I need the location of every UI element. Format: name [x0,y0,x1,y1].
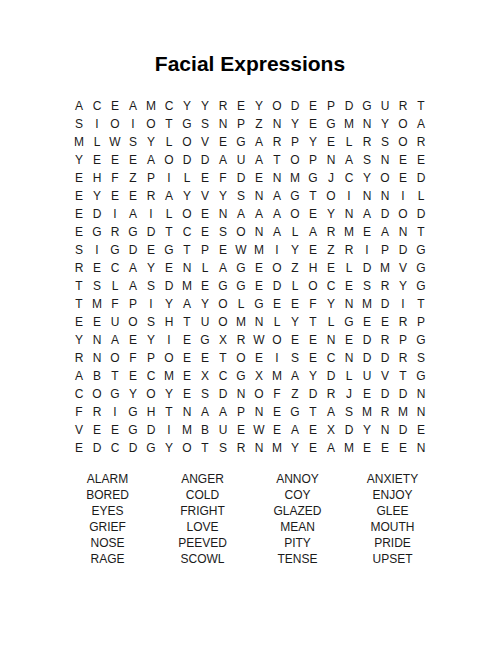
grid-cell-r17c12[interactable]: F [268,385,286,403]
grid-cell-r7c2[interactable]: D [88,205,106,223]
grid-cell-r5c8[interactable]: E [196,169,214,187]
grid-cell-r9c15[interactable]: Z [322,241,340,259]
grid-cell-r9c14[interactable]: E [304,241,322,259]
grid-cell-r13c10[interactable]: M [232,313,250,331]
grid-cell-r14c7[interactable]: E [178,331,196,349]
grid-cell-r15c13[interactable]: S [286,349,304,367]
grid-cell-r16c1[interactable]: A [70,367,88,385]
grid-cell-r14c9[interactable]: X [214,331,232,349]
grid-cell-r20c1[interactable]: E [70,439,88,457]
grid-cell-r20c8[interactable]: T [196,439,214,457]
grid-cell-r12c19[interactable]: I [394,295,412,313]
grid-cell-r1c17[interactable]: G [358,97,376,115]
grid-cell-r7c16[interactable]: N [340,205,358,223]
grid-cell-r11c15[interactable]: C [322,277,340,295]
grid-cell-r8c10[interactable]: O [232,223,250,241]
grid-cell-r7c11[interactable]: A [250,205,268,223]
grid-cell-r16c6[interactable]: M [160,367,178,385]
grid-cell-r19c5[interactable]: D [142,421,160,439]
grid-cell-r17c7[interactable]: E [178,385,196,403]
grid-cell-r18c11[interactable]: N [250,403,268,421]
grid-cell-r14c12[interactable]: O [268,331,286,349]
grid-cell-r3c6[interactable]: L [160,133,178,151]
grid-cell-r18c20[interactable]: N [412,403,430,421]
grid-cell-r15c9[interactable]: T [214,349,232,367]
grid-cell-r11c9[interactable]: G [214,277,232,295]
grid-cell-r15c20[interactable]: S [412,349,430,367]
grid-cell-r12c15[interactable]: Y [322,295,340,313]
grid-cell-r11c12[interactable]: D [268,277,286,295]
grid-cell-r11c13[interactable]: L [286,277,304,295]
grid-cell-r8c12[interactable]: A [268,223,286,241]
grid-cell-r4c7[interactable]: D [178,151,196,169]
grid-cell-r18c8[interactable]: A [196,403,214,421]
grid-cell-r10c19[interactable]: V [394,259,412,277]
grid-cell-r12c16[interactable]: N [340,295,358,313]
grid-cell-r10c15[interactable]: E [322,259,340,277]
grid-cell-r3c17[interactable]: R [358,133,376,151]
grid-cell-r15c11[interactable]: E [250,349,268,367]
grid-cell-r11c2[interactable]: S [88,277,106,295]
grid-cell-r11c18[interactable]: R [376,277,394,295]
grid-cell-r2c9[interactable]: N [214,115,232,133]
grid-cell-r17c1[interactable]: C [70,385,88,403]
grid-cell-r2c1[interactable]: S [70,115,88,133]
grid-cell-r12c1[interactable]: T [70,295,88,313]
grid-cell-r10c5[interactable]: Y [142,259,160,277]
grid-cell-r13c13[interactable]: Y [286,313,304,331]
grid-cell-r15c12[interactable]: I [268,349,286,367]
grid-cell-r3c13[interactable]: P [286,133,304,151]
grid-cell-r20c14[interactable]: E [304,439,322,457]
grid-cell-r16c19[interactable]: T [394,367,412,385]
grid-cell-r5c17[interactable]: Y [358,169,376,187]
grid-cell-r19c19[interactable]: D [394,421,412,439]
grid-cell-r20c4[interactable]: D [124,439,142,457]
grid-cell-r3c8[interactable]: V [196,133,214,151]
grid-cell-r15c2[interactable]: N [88,349,106,367]
grid-cell-r19c6[interactable]: I [160,421,178,439]
grid-cell-r13c20[interactable]: P [412,313,430,331]
grid-cell-r8c18[interactable]: A [376,223,394,241]
grid-cell-r13c17[interactable]: E [358,313,376,331]
grid-cell-r11c16[interactable]: E [340,277,358,295]
grid-cell-r16c12[interactable]: M [268,367,286,385]
grid-cell-r9c10[interactable]: W [232,241,250,259]
grid-cell-r1c9[interactable]: R [214,97,232,115]
grid-cell-r17c13[interactable]: Z [286,385,304,403]
grid-cell-r15c3[interactable]: O [106,349,124,367]
grid-cell-r10c13[interactable]: Z [286,259,304,277]
grid-cell-r19c9[interactable]: U [214,421,232,439]
grid-cell-r9c18[interactable]: P [376,241,394,259]
grid-cell-r15c8[interactable]: E [196,349,214,367]
grid-cell-r7c19[interactable]: O [394,205,412,223]
grid-cell-r6c20[interactable]: L [412,187,430,205]
grid-cell-r4c3[interactable]: E [106,151,124,169]
grid-cell-r19c7[interactable]: M [178,421,196,439]
grid-cell-r18c14[interactable]: T [304,403,322,421]
grid-cell-r10c10[interactable]: G [232,259,250,277]
grid-cell-r15c18[interactable]: D [376,349,394,367]
grid-cell-r13c8[interactable]: U [196,313,214,331]
grid-cell-r2c5[interactable]: O [142,115,160,133]
grid-cell-r4c6[interactable]: O [160,151,178,169]
grid-cell-r8c16[interactable]: M [340,223,358,241]
grid-cell-r8c17[interactable]: E [358,223,376,241]
grid-cell-r15c16[interactable]: N [340,349,358,367]
grid-cell-r7c9[interactable]: N [214,205,232,223]
grid-cell-r4c11[interactable]: A [250,151,268,169]
grid-cell-r20c13[interactable]: Y [286,439,304,457]
grid-cell-r9c17[interactable]: I [358,241,376,259]
grid-cell-r9c12[interactable]: I [268,241,286,259]
grid-cell-r12c14[interactable]: F [304,295,322,313]
grid-cell-r7c1[interactable]: E [70,205,88,223]
grid-cell-r10c2[interactable]: E [88,259,106,277]
grid-cell-r2c3[interactable]: O [106,115,124,133]
grid-cell-r8c19[interactable]: N [394,223,412,241]
grid-cell-r16c17[interactable]: U [358,367,376,385]
grid-cell-r16c5[interactable]: C [142,367,160,385]
grid-cell-r11c11[interactable]: E [250,277,268,295]
grid-cell-r4c10[interactable]: U [232,151,250,169]
grid-cell-r18c3[interactable]: I [106,403,124,421]
grid-cell-r3c12[interactable]: R [268,133,286,151]
grid-cell-r20c10[interactable]: R [232,439,250,457]
grid-cell-r11c6[interactable]: D [160,277,178,295]
grid-cell-r10c11[interactable]: E [250,259,268,277]
grid-cell-r12c4[interactable]: P [124,295,142,313]
grid-cell-r20c18[interactable]: E [376,439,394,457]
grid-cell-r6c5[interactable]: R [142,187,160,205]
grid-cell-r5c12[interactable]: N [268,169,286,187]
grid-cell-r5c5[interactable]: P [142,169,160,187]
grid-cell-r9c9[interactable]: E [214,241,232,259]
grid-cell-r11c19[interactable]: Y [394,277,412,295]
grid-cell-r18c16[interactable]: S [340,403,358,421]
grid-cell-r6c15[interactable]: O [322,187,340,205]
grid-cell-r12c10[interactable]: L [232,295,250,313]
grid-cell-r1c19[interactable]: R [394,97,412,115]
grid-cell-r15c19[interactable]: R [394,349,412,367]
grid-cell-r7c6[interactable]: L [160,205,178,223]
grid-cell-r19c16[interactable]: D [340,421,358,439]
grid-cell-r20c2[interactable]: D [88,439,106,457]
grid-cell-r20c6[interactable]: Y [160,439,178,457]
grid-cell-r10c6[interactable]: E [160,259,178,277]
grid-cell-r12c8[interactable]: Y [196,295,214,313]
grid-cell-r17c17[interactable]: E [358,385,376,403]
grid-cell-r6c16[interactable]: I [340,187,358,205]
grid-cell-r1c13[interactable]: D [286,97,304,115]
grid-cell-r13c2[interactable]: E [88,313,106,331]
grid-cell-r8c20[interactable]: T [412,223,430,241]
grid-cell-r10c4[interactable]: A [124,259,142,277]
grid-cell-r15c17[interactable]: D [358,349,376,367]
grid-cell-r18c19[interactable]: M [394,403,412,421]
grid-cell-r20c9[interactable]: S [214,439,232,457]
grid-cell-r2c16[interactable]: M [340,115,358,133]
grid-cell-r13c18[interactable]: E [376,313,394,331]
grid-cell-r18c15[interactable]: A [322,403,340,421]
grid-cell-r1c7[interactable]: Y [178,97,196,115]
grid-cell-r3c5[interactable]: Y [142,133,160,151]
grid-cell-r5c4[interactable]: Z [124,169,142,187]
grid-cell-r9c20[interactable]: G [412,241,430,259]
grid-cell-r7c8[interactable]: E [196,205,214,223]
grid-cell-r7c4[interactable]: A [124,205,142,223]
grid-cell-r5c3[interactable]: F [106,169,124,187]
grid-cell-r12c17[interactable]: M [358,295,376,313]
grid-cell-r6c8[interactable]: V [196,187,214,205]
grid-cell-r1c10[interactable]: E [232,97,250,115]
grid-cell-r6c17[interactable]: N [358,187,376,205]
grid-cell-r3c20[interactable]: R [412,133,430,151]
grid-cell-r10c18[interactable]: M [376,259,394,277]
grid-cell-r1c6[interactable]: C [160,97,178,115]
grid-cell-r8c11[interactable]: N [250,223,268,241]
grid-cell-r5c19[interactable]: E [394,169,412,187]
grid-cell-r18c12[interactable]: E [268,403,286,421]
grid-cell-r20c12[interactable]: M [268,439,286,457]
grid-cell-r17c18[interactable]: D [376,385,394,403]
grid-cell-r20c20[interactable]: N [412,439,430,457]
grid-cell-r9c3[interactable]: G [106,241,124,259]
grid-cell-r18c5[interactable]: H [142,403,160,421]
grid-cell-r5c6[interactable]: I [160,169,178,187]
grid-cell-r13c6[interactable]: H [160,313,178,331]
grid-cell-r20c11[interactable]: N [250,439,268,457]
grid-cell-r17c10[interactable]: N [232,385,250,403]
grid-cell-r9c16[interactable]: R [340,241,358,259]
grid-cell-r13c3[interactable]: U [106,313,124,331]
grid-cell-r3c10[interactable]: G [232,133,250,151]
grid-cell-r20c17[interactable]: E [358,439,376,457]
grid-cell-r5c18[interactable]: O [376,169,394,187]
grid-cell-r1c15[interactable]: P [322,97,340,115]
grid-cell-r3c2[interactable]: L [88,133,106,151]
grid-cell-r6c7[interactable]: Y [178,187,196,205]
grid-cell-r4c12[interactable]: T [268,151,286,169]
grid-cell-r2c13[interactable]: Y [286,115,304,133]
grid-cell-r8c2[interactable]: G [88,223,106,241]
grid-cell-r17c4[interactable]: Y [124,385,142,403]
grid-cell-r18c4[interactable]: G [124,403,142,421]
grid-cell-r4c14[interactable]: P [304,151,322,169]
grid-cell-r1c8[interactable]: Y [196,97,214,115]
grid-cell-r7c12[interactable]: A [268,205,286,223]
grid-cell-r1c1[interactable]: A [70,97,88,115]
grid-cell-r11c5[interactable]: S [142,277,160,295]
grid-cell-r2c18[interactable]: Y [376,115,394,133]
grid-cell-r12c11[interactable]: G [250,295,268,313]
grid-cell-r14c8[interactable]: G [196,331,214,349]
grid-cell-r16c8[interactable]: X [196,367,214,385]
grid-cell-r12c2[interactable]: M [88,295,106,313]
grid-cell-r5c14[interactable]: G [304,169,322,187]
grid-cell-r18c7[interactable]: N [178,403,196,421]
grid-cell-r10c3[interactable]: C [106,259,124,277]
grid-cell-r10c8[interactable]: L [196,259,214,277]
grid-cell-r8c1[interactable]: E [70,223,88,241]
grid-cell-r19c17[interactable]: Y [358,421,376,439]
grid-cell-r16c13[interactable]: A [286,367,304,385]
grid-cell-r17c3[interactable]: G [106,385,124,403]
grid-cell-r9c6[interactable]: G [160,241,178,259]
grid-cell-r16c7[interactable]: E [178,367,196,385]
grid-cell-r1c18[interactable]: U [376,97,394,115]
grid-cell-r16c11[interactable]: X [250,367,268,385]
grid-cell-r3c16[interactable]: L [340,133,358,151]
grid-cell-r14c14[interactable]: E [304,331,322,349]
grid-cell-r13c12[interactable]: L [268,313,286,331]
grid-cell-r10c9[interactable]: A [214,259,232,277]
grid-cell-r19c11[interactable]: W [250,421,268,439]
grid-cell-r12c18[interactable]: D [376,295,394,313]
grid-cell-r13c19[interactable]: R [394,313,412,331]
grid-cell-r17c19[interactable]: D [394,385,412,403]
grid-cell-r15c6[interactable]: O [160,349,178,367]
grid-cell-r15c1[interactable]: R [70,349,88,367]
grid-cell-r6c12[interactable]: A [268,187,286,205]
grid-cell-r5c16[interactable]: C [340,169,358,187]
grid-cell-r2c2[interactable]: I [88,115,106,133]
grid-cell-r14c1[interactable]: Y [70,331,88,349]
grid-cell-r8c14[interactable]: A [304,223,322,241]
grid-cell-r12c7[interactable]: A [178,295,196,313]
grid-cell-r11c1[interactable]: T [70,277,88,295]
grid-cell-r17c5[interactable]: O [142,385,160,403]
grid-cell-r6c13[interactable]: G [286,187,304,205]
grid-cell-r19c12[interactable]: E [268,421,286,439]
grid-cell-r12c12[interactable]: E [268,295,286,313]
grid-cell-r18c13[interactable]: G [286,403,304,421]
grid-cell-r9c11[interactable]: M [250,241,268,259]
grid-cell-r4c20[interactable]: E [412,151,430,169]
grid-cell-r2c19[interactable]: O [394,115,412,133]
grid-cell-r6c14[interactable]: T [304,187,322,205]
grid-cell-r7c3[interactable]: I [106,205,124,223]
grid-cell-r6c2[interactable]: Y [88,187,106,205]
grid-cell-r8c5[interactable]: D [142,223,160,241]
grid-cell-r13c4[interactable]: O [124,313,142,331]
grid-cell-r6c4[interactable]: E [124,187,142,205]
grid-cell-r18c6[interactable]: T [160,403,178,421]
grid-cell-r5c9[interactable]: F [214,169,232,187]
grid-cell-r10c17[interactable]: D [358,259,376,277]
grid-cell-r19c8[interactable]: B [196,421,214,439]
grid-cell-r20c19[interactable]: E [394,439,412,457]
grid-cell-r14c2[interactable]: N [88,331,106,349]
grid-cell-r8c8[interactable]: E [196,223,214,241]
grid-cell-r5c15[interactable]: J [322,169,340,187]
grid-cell-r9c19[interactable]: D [394,241,412,259]
grid-cell-r19c20[interactable]: E [412,421,430,439]
grid-cell-r13c16[interactable]: G [340,313,358,331]
grid-cell-r5c10[interactable]: D [232,169,250,187]
grid-cell-r12c13[interactable]: E [286,295,304,313]
grid-cell-r11c3[interactable]: L [106,277,124,295]
grid-cell-r17c15[interactable]: R [322,385,340,403]
grid-cell-r14c20[interactable]: G [412,331,430,349]
grid-cell-r12c6[interactable]: Y [160,295,178,313]
grid-cell-r11c4[interactable]: A [124,277,142,295]
grid-cell-r14c3[interactable]: A [106,331,124,349]
grid-cell-r19c13[interactable]: A [286,421,304,439]
grid-cell-r12c5[interactable]: I [142,295,160,313]
grid-cell-r18c18[interactable]: R [376,403,394,421]
grid-cell-r13c5[interactable]: S [142,313,160,331]
grid-cell-r18c2[interactable]: R [88,403,106,421]
grid-cell-r16c16[interactable]: L [340,367,358,385]
grid-cell-r14c16[interactable]: E [340,331,358,349]
grid-cell-r20c5[interactable]: G [142,439,160,457]
grid-cell-r9c5[interactable]: E [142,241,160,259]
grid-cell-r4c13[interactable]: O [286,151,304,169]
grid-cell-r2c10[interactable]: P [232,115,250,133]
grid-cell-r13c1[interactable]: E [70,313,88,331]
grid-cell-r6c19[interactable]: I [394,187,412,205]
grid-cell-r5c2[interactable]: H [88,169,106,187]
grid-cell-r19c3[interactable]: E [106,421,124,439]
grid-cell-r5c11[interactable]: E [250,169,268,187]
grid-cell-r9c13[interactable]: Y [286,241,304,259]
grid-cell-r16c20[interactable]: G [412,367,430,385]
grid-cell-r1c14[interactable]: E [304,97,322,115]
grid-cell-r6c3[interactable]: E [106,187,124,205]
grid-cell-r19c18[interactable]: N [376,421,394,439]
grid-cell-r3c3[interactable]: W [106,133,124,151]
grid-cell-r15c5[interactable]: P [142,349,160,367]
grid-cell-r10c20[interactable]: G [412,259,430,277]
grid-cell-r4c16[interactable]: A [340,151,358,169]
grid-cell-r3c4[interactable]: S [124,133,142,151]
grid-cell-r17c16[interactable]: J [340,385,358,403]
grid-cell-r12c3[interactable]: F [106,295,124,313]
grid-cell-r9c4[interactable]: D [124,241,142,259]
grid-cell-r4c15[interactable]: N [322,151,340,169]
grid-cell-r13c7[interactable]: T [178,313,196,331]
grid-cell-r19c1[interactable]: V [70,421,88,439]
grid-cell-r19c4[interactable]: G [124,421,142,439]
grid-cell-r2c15[interactable]: G [322,115,340,133]
grid-cell-r14c15[interactable]: N [322,331,340,349]
grid-cell-r12c20[interactable]: T [412,295,430,313]
grid-cell-r5c20[interactable]: D [412,169,430,187]
grid-cell-r13c14[interactable]: T [304,313,322,331]
grid-cell-r4c19[interactable]: E [394,151,412,169]
grid-cell-r6c10[interactable]: S [232,187,250,205]
grid-cell-r20c16[interactable]: M [340,439,358,457]
grid-cell-r8c7[interactable]: C [178,223,196,241]
grid-cell-r3c15[interactable]: E [322,133,340,151]
grid-cell-r17c11[interactable]: O [250,385,268,403]
grid-cell-r3c9[interactable]: E [214,133,232,151]
grid-cell-r14c18[interactable]: R [376,331,394,349]
grid-cell-r4c9[interactable]: A [214,151,232,169]
grid-cell-r14c19[interactable]: P [394,331,412,349]
grid-cell-r9c8[interactable]: P [196,241,214,259]
grid-cell-r3c14[interactable]: Y [304,133,322,151]
grid-cell-r7c18[interactable]: D [376,205,394,223]
grid-cell-r7c15[interactable]: Y [322,205,340,223]
grid-cell-r17c9[interactable]: D [214,385,232,403]
grid-cell-r6c11[interactable]: N [250,187,268,205]
grid-cell-r16c4[interactable]: E [124,367,142,385]
grid-cell-r16c2[interactable]: B [88,367,106,385]
grid-cell-r18c9[interactable]: A [214,403,232,421]
